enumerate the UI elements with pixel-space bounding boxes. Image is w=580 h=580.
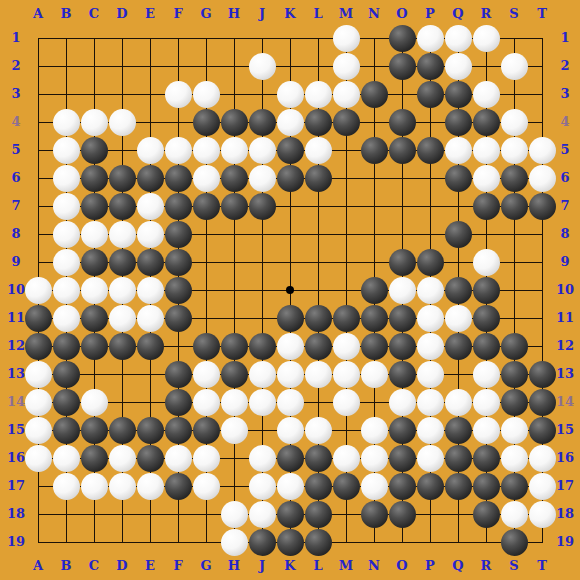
black-stone-N12[interactable] [361, 333, 388, 360]
black-stone-F10[interactable] [165, 277, 192, 304]
white-stone-K13[interactable] [277, 361, 304, 388]
black-stone-Q12[interactable] [445, 333, 472, 360]
black-stone-C16[interactable] [81, 445, 108, 472]
black-stone-B15[interactable] [53, 417, 80, 444]
white-stone-J18[interactable] [249, 501, 276, 528]
row-label-left-1: 1 [2, 31, 30, 45]
black-stone-M4[interactable] [333, 109, 360, 136]
black-stone-C9[interactable] [81, 249, 108, 276]
black-stone-D15[interactable] [109, 417, 136, 444]
white-stone-F5[interactable] [165, 137, 192, 164]
column-label-top-E: E [136, 7, 164, 21]
column-label-top-J: J [248, 7, 276, 21]
black-stone-D12[interactable] [109, 333, 136, 360]
white-stone-P15[interactable] [417, 417, 444, 444]
white-stone-G16[interactable] [193, 445, 220, 472]
black-stone-O16[interactable] [389, 445, 416, 472]
white-stone-R5[interactable] [473, 137, 500, 164]
column-label-bottom-J: J [248, 559, 276, 573]
black-stone-Q8[interactable] [445, 221, 472, 248]
black-stone-E15[interactable] [137, 417, 164, 444]
black-stone-F7[interactable] [165, 193, 192, 220]
white-stone-K4[interactable] [277, 109, 304, 136]
black-stone-N18[interactable] [361, 501, 388, 528]
white-stone-C14[interactable] [81, 389, 108, 416]
white-stone-C4[interactable] [81, 109, 108, 136]
black-stone-F14[interactable] [165, 389, 192, 416]
white-stone-H19[interactable] [221, 529, 248, 556]
black-stone-O17[interactable] [389, 473, 416, 500]
white-stone-H14[interactable] [221, 389, 248, 416]
white-stone-E5[interactable] [137, 137, 164, 164]
black-stone-P9[interactable] [417, 249, 444, 276]
white-stone-R1[interactable] [473, 25, 500, 52]
black-stone-C15[interactable] [81, 417, 108, 444]
black-stone-F6[interactable] [165, 165, 192, 192]
black-stone-S6[interactable] [501, 165, 528, 192]
row-label-left-3: 3 [2, 87, 30, 101]
column-label-top-H: H [220, 7, 248, 21]
white-stone-P13[interactable] [417, 361, 444, 388]
column-label-bottom-S: S [500, 559, 528, 573]
black-stone-K6[interactable] [277, 165, 304, 192]
black-stone-L4[interactable] [305, 109, 332, 136]
white-stone-S15[interactable] [501, 417, 528, 444]
black-stone-O5[interactable] [389, 137, 416, 164]
column-label-top-T: T [528, 7, 556, 21]
black-stone-C11[interactable] [81, 305, 108, 332]
row-label-right-13: 13 [551, 367, 579, 381]
column-label-bottom-B: B [52, 559, 80, 573]
black-stone-O18[interactable] [389, 501, 416, 528]
white-stone-G5[interactable] [193, 137, 220, 164]
black-stone-L11[interactable] [305, 305, 332, 332]
white-stone-S16[interactable] [501, 445, 528, 472]
row-label-right-9: 9 [551, 255, 579, 269]
white-stone-J2[interactable] [249, 53, 276, 80]
black-stone-O2[interactable] [389, 53, 416, 80]
column-label-bottom-T: T [528, 559, 556, 573]
white-stone-Q1[interactable] [445, 25, 472, 52]
black-stone-R16[interactable] [473, 445, 500, 472]
column-label-top-R: R [472, 7, 500, 21]
row-label-right-18: 18 [551, 507, 579, 521]
column-label-bottom-M: M [332, 559, 360, 573]
black-stone-J12[interactable] [249, 333, 276, 360]
row-label-right-7: 7 [551, 199, 579, 213]
row-label-right-16: 16 [551, 451, 579, 465]
black-stone-K16[interactable] [277, 445, 304, 472]
black-stone-K19[interactable] [277, 529, 304, 556]
white-stone-E10[interactable] [137, 277, 164, 304]
white-stone-L3[interactable] [305, 81, 332, 108]
black-stone-F9[interactable] [165, 249, 192, 276]
black-stone-R7[interactable] [473, 193, 500, 220]
white-stone-H18[interactable] [221, 501, 248, 528]
white-stone-K17[interactable] [277, 473, 304, 500]
row-label-left-15: 15 [2, 423, 30, 437]
column-label-bottom-P: P [416, 559, 444, 573]
black-stone-K11[interactable] [277, 305, 304, 332]
black-stone-G7[interactable] [193, 193, 220, 220]
white-stone-O14[interactable] [389, 389, 416, 416]
white-stone-Q14[interactable] [445, 389, 472, 416]
black-stone-H12[interactable] [221, 333, 248, 360]
white-stone-L5[interactable] [305, 137, 332, 164]
row-label-right-2: 2 [551, 59, 579, 73]
black-stone-S17[interactable] [501, 473, 528, 500]
black-stone-G4[interactable] [193, 109, 220, 136]
black-stone-P2[interactable] [417, 53, 444, 80]
black-stone-Q15[interactable] [445, 417, 472, 444]
white-stone-P11[interactable] [417, 305, 444, 332]
row-label-right-3: 3 [551, 87, 579, 101]
column-label-bottom-C: C [80, 559, 108, 573]
white-stone-G13[interactable] [193, 361, 220, 388]
white-stone-F16[interactable] [165, 445, 192, 472]
black-stone-S14[interactable] [501, 389, 528, 416]
black-stone-F13[interactable] [165, 361, 192, 388]
white-stone-P1[interactable] [417, 25, 444, 52]
black-stone-C6[interactable] [81, 165, 108, 192]
white-stone-D4[interactable] [109, 109, 136, 136]
white-stone-P10[interactable] [417, 277, 444, 304]
white-stone-D8[interactable] [109, 221, 136, 248]
column-label-top-P: P [416, 7, 444, 21]
white-stone-D16[interactable] [109, 445, 136, 472]
row-label-right-17: 17 [551, 479, 579, 493]
column-label-bottom-K: K [276, 559, 304, 573]
black-stone-O1[interactable] [389, 25, 416, 52]
black-stone-D9[interactable] [109, 249, 136, 276]
black-stone-Q6[interactable] [445, 165, 472, 192]
goban-background: AABBCCDDEEFFGGHHJJKKLLMMNNOOPPQQRRSSTT11… [0, 0, 580, 580]
black-stone-B14[interactable] [53, 389, 80, 416]
white-stone-B8[interactable] [53, 221, 80, 248]
black-stone-G15[interactable] [193, 417, 220, 444]
white-stone-J14[interactable] [249, 389, 276, 416]
row-label-right-6: 6 [551, 171, 579, 185]
column-label-bottom-R: R [472, 559, 500, 573]
row-label-right-15: 15 [551, 423, 579, 437]
black-stone-O13[interactable] [389, 361, 416, 388]
white-stone-G3[interactable] [193, 81, 220, 108]
white-stone-R3[interactable] [473, 81, 500, 108]
white-stone-S2[interactable] [501, 53, 528, 80]
column-label-bottom-G: G [192, 559, 220, 573]
white-stone-B4[interactable] [53, 109, 80, 136]
row-label-right-4: 4 [551, 115, 579, 129]
column-label-bottom-L: L [304, 559, 332, 573]
black-stone-B13[interactable] [53, 361, 80, 388]
row-label-left-19: 19 [2, 535, 30, 549]
column-label-top-D: D [108, 7, 136, 21]
black-stone-L16[interactable] [305, 445, 332, 472]
row-label-left-7: 7 [2, 199, 30, 213]
row-label-right-1: 1 [551, 31, 579, 45]
black-stone-H4[interactable] [221, 109, 248, 136]
column-label-bottom-A: A [24, 559, 52, 573]
white-stone-E11[interactable] [137, 305, 164, 332]
white-stone-M16[interactable] [333, 445, 360, 472]
white-stone-C10[interactable] [81, 277, 108, 304]
white-stone-N13[interactable] [361, 361, 388, 388]
black-stone-R12[interactable] [473, 333, 500, 360]
black-stone-F11[interactable] [165, 305, 192, 332]
white-stone-N15[interactable] [361, 417, 388, 444]
black-stone-Q3[interactable] [445, 81, 472, 108]
row-label-right-10: 10 [551, 283, 579, 297]
white-stone-M3[interactable] [333, 81, 360, 108]
white-stone-B6[interactable] [53, 165, 80, 192]
white-stone-R6[interactable] [473, 165, 500, 192]
column-label-bottom-H: H [220, 559, 248, 573]
white-stone-N17[interactable] [361, 473, 388, 500]
white-stone-G6[interactable] [193, 165, 220, 192]
black-stone-R17[interactable] [473, 473, 500, 500]
row-label-left-13: 13 [2, 367, 30, 381]
white-stone-K3[interactable] [277, 81, 304, 108]
column-label-top-A: A [24, 7, 52, 21]
row-label-left-5: 5 [2, 143, 30, 157]
black-stone-L12[interactable] [305, 333, 332, 360]
row-label-left-8: 8 [2, 227, 30, 241]
black-stone-O4[interactable] [389, 109, 416, 136]
row-label-left-11: 11 [2, 311, 30, 325]
white-stone-K12[interactable] [277, 333, 304, 360]
white-stone-C8[interactable] [81, 221, 108, 248]
white-stone-B17[interactable] [53, 473, 80, 500]
black-stone-K18[interactable] [277, 501, 304, 528]
white-stone-B5[interactable] [53, 137, 80, 164]
white-stone-G14[interactable] [193, 389, 220, 416]
white-stone-G17[interactable] [193, 473, 220, 500]
black-stone-J4[interactable] [249, 109, 276, 136]
white-stone-R15[interactable] [473, 417, 500, 444]
white-stone-K15[interactable] [277, 417, 304, 444]
white-stone-B16[interactable] [53, 445, 80, 472]
column-label-top-Q: Q [444, 7, 472, 21]
column-label-bottom-D: D [108, 559, 136, 573]
white-stone-B7[interactable] [53, 193, 80, 220]
row-label-right-12: 12 [551, 339, 579, 353]
black-stone-J7[interactable] [249, 193, 276, 220]
black-stone-E12[interactable] [137, 333, 164, 360]
black-stone-R10[interactable] [473, 277, 500, 304]
white-stone-H15[interactable] [221, 417, 248, 444]
white-stone-H5[interactable] [221, 137, 248, 164]
white-stone-D17[interactable] [109, 473, 136, 500]
column-label-top-L: L [304, 7, 332, 21]
row-label-right-11: 11 [551, 311, 579, 325]
white-stone-E8[interactable] [137, 221, 164, 248]
white-stone-J13[interactable] [249, 361, 276, 388]
black-stone-K5[interactable] [277, 137, 304, 164]
row-label-right-5: 5 [551, 143, 579, 157]
column-label-top-O: O [388, 7, 416, 21]
column-label-top-M: M [332, 7, 360, 21]
black-stone-N5[interactable] [361, 137, 388, 164]
white-stone-J5[interactable] [249, 137, 276, 164]
black-stone-H7[interactable] [221, 193, 248, 220]
star-point-K10 [286, 286, 294, 294]
row-label-left-2: 2 [2, 59, 30, 73]
white-stone-M12[interactable] [333, 333, 360, 360]
row-label-left-4: 4 [2, 115, 30, 129]
black-stone-Q16[interactable] [445, 445, 472, 472]
black-stone-D6[interactable] [109, 165, 136, 192]
white-stone-Q11[interactable] [445, 305, 472, 332]
white-stone-P12[interactable] [417, 333, 444, 360]
black-stone-O9[interactable] [389, 249, 416, 276]
black-stone-R4[interactable] [473, 109, 500, 136]
white-stone-B11[interactable] [53, 305, 80, 332]
row-label-left-12: 12 [2, 339, 30, 353]
black-stone-E6[interactable] [137, 165, 164, 192]
row-label-left-18: 18 [2, 507, 30, 521]
row-label-left-6: 6 [2, 171, 30, 185]
white-stone-F3[interactable] [165, 81, 192, 108]
white-stone-O10[interactable] [389, 277, 416, 304]
row-label-left-9: 9 [2, 255, 30, 269]
white-stone-L13[interactable] [305, 361, 332, 388]
column-label-top-F: F [164, 7, 192, 21]
column-label-top-G: G [192, 7, 220, 21]
white-stone-D10[interactable] [109, 277, 136, 304]
column-label-bottom-E: E [136, 559, 164, 573]
column-label-bottom-F: F [164, 559, 192, 573]
row-label-left-14: 14 [2, 395, 30, 409]
white-stone-P14[interactable] [417, 389, 444, 416]
black-stone-L19[interactable] [305, 529, 332, 556]
black-stone-E9[interactable] [137, 249, 164, 276]
white-stone-R14[interactable] [473, 389, 500, 416]
row-label-left-10: 10 [2, 283, 30, 297]
black-stone-P17[interactable] [417, 473, 444, 500]
white-stone-S18[interactable] [501, 501, 528, 528]
black-stone-O15[interactable] [389, 417, 416, 444]
white-stone-K14[interactable] [277, 389, 304, 416]
black-stone-N10[interactable] [361, 277, 388, 304]
black-stone-C5[interactable] [81, 137, 108, 164]
white-stone-S4[interactable] [501, 109, 528, 136]
black-stone-B12[interactable] [53, 333, 80, 360]
black-stone-N11[interactable] [361, 305, 388, 332]
white-stone-B9[interactable] [53, 249, 80, 276]
white-stone-E7[interactable] [137, 193, 164, 220]
black-stone-H6[interactable] [221, 165, 248, 192]
white-stone-J6[interactable] [249, 165, 276, 192]
row-label-right-14: 14 [551, 395, 579, 409]
black-stone-E16[interactable] [137, 445, 164, 472]
white-stone-M1[interactable] [333, 25, 360, 52]
black-stone-P5[interactable] [417, 137, 444, 164]
black-stone-C12[interactable] [81, 333, 108, 360]
black-stone-F15[interactable] [165, 417, 192, 444]
white-stone-M2[interactable] [333, 53, 360, 80]
black-stone-H13[interactable] [221, 361, 248, 388]
white-stone-N16[interactable] [361, 445, 388, 472]
column-label-top-B: B [52, 7, 80, 21]
black-stone-L17[interactable] [305, 473, 332, 500]
black-stone-F8[interactable] [165, 221, 192, 248]
black-stone-R11[interactable] [473, 305, 500, 332]
black-stone-O11[interactable] [389, 305, 416, 332]
white-stone-B10[interactable] [53, 277, 80, 304]
column-label-bottom-O: O [388, 559, 416, 573]
white-stone-M13[interactable] [333, 361, 360, 388]
black-stone-S12[interactable] [501, 333, 528, 360]
black-stone-P3[interactable] [417, 81, 444, 108]
column-label-top-S: S [500, 7, 528, 21]
column-label-bottom-Q: Q [444, 559, 472, 573]
black-stone-O12[interactable] [389, 333, 416, 360]
white-stone-J16[interactable] [249, 445, 276, 472]
black-stone-J19[interactable] [249, 529, 276, 556]
white-stone-D11[interactable] [109, 305, 136, 332]
white-stone-R13[interactable] [473, 361, 500, 388]
column-label-bottom-N: N [360, 559, 388, 573]
row-label-left-17: 17 [2, 479, 30, 493]
black-stone-N3[interactable] [361, 81, 388, 108]
black-stone-L6[interactable] [305, 165, 332, 192]
white-stone-R9[interactable] [473, 249, 500, 276]
row-label-left-16: 16 [2, 451, 30, 465]
row-label-right-19: 19 [551, 535, 579, 549]
black-stone-F17[interactable] [165, 473, 192, 500]
black-stone-S19[interactable] [501, 529, 528, 556]
white-stone-L15[interactable] [305, 417, 332, 444]
black-stone-C7[interactable] [81, 193, 108, 220]
black-stone-S7[interactable] [501, 193, 528, 220]
black-stone-Q17[interactable] [445, 473, 472, 500]
black-stone-M11[interactable] [333, 305, 360, 332]
black-stone-D7[interactable] [109, 193, 136, 220]
white-stone-E17[interactable] [137, 473, 164, 500]
white-stone-Q2[interactable] [445, 53, 472, 80]
black-stone-M17[interactable] [333, 473, 360, 500]
white-stone-Q5[interactable] [445, 137, 472, 164]
black-stone-L18[interactable] [305, 501, 332, 528]
white-stone-S5[interactable] [501, 137, 528, 164]
white-stone-J17[interactable] [249, 473, 276, 500]
white-stone-P16[interactable] [417, 445, 444, 472]
column-label-top-C: C [80, 7, 108, 21]
black-stone-R18[interactable] [473, 501, 500, 528]
black-stone-Q4[interactable] [445, 109, 472, 136]
column-label-top-K: K [276, 7, 304, 21]
black-stone-S13[interactable] [501, 361, 528, 388]
row-label-right-8: 8 [551, 227, 579, 241]
black-stone-G12[interactable] [193, 333, 220, 360]
white-stone-M14[interactable] [333, 389, 360, 416]
black-stone-Q10[interactable] [445, 277, 472, 304]
column-label-top-N: N [360, 7, 388, 21]
white-stone-C17[interactable] [81, 473, 108, 500]
